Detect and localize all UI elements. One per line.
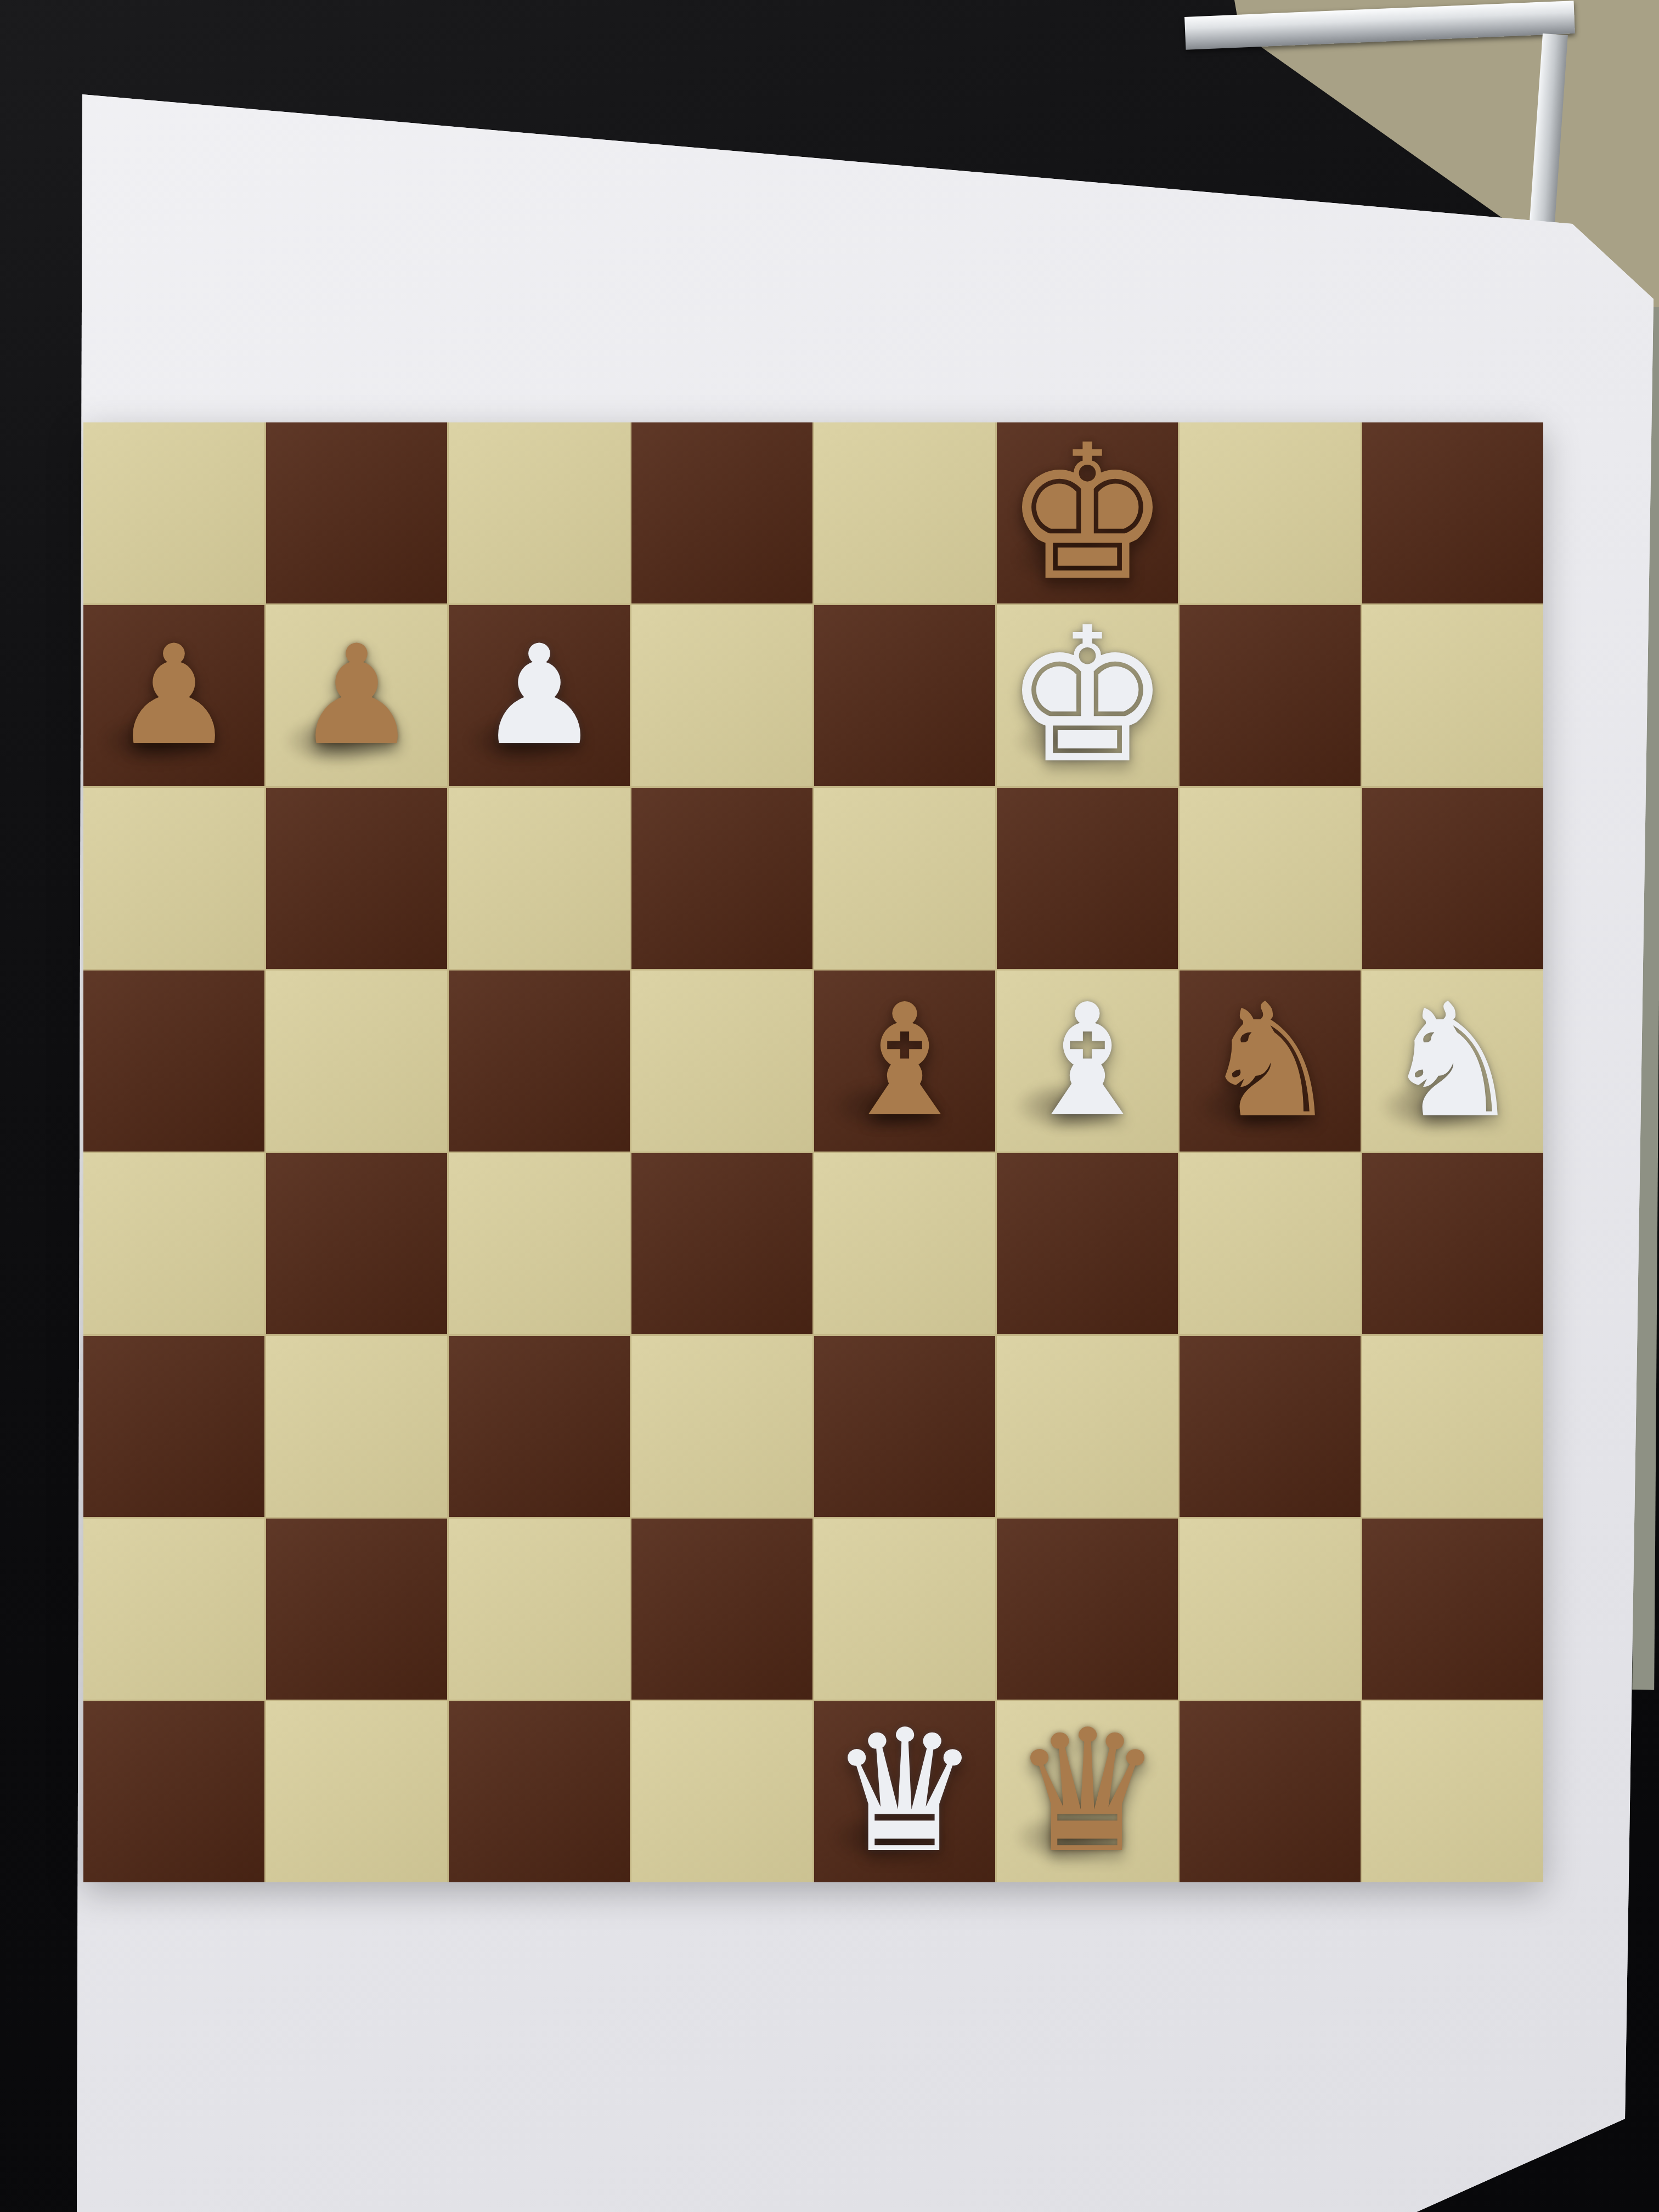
square-b3[interactable] xyxy=(266,1336,447,1517)
square-e4[interactable] xyxy=(814,1153,995,1334)
square-c1[interactable] xyxy=(449,1701,630,1882)
square-c4[interactable] xyxy=(449,1153,630,1334)
square-c3[interactable] xyxy=(449,1336,630,1517)
brown-king-glyph: ♚ xyxy=(1004,420,1171,606)
square-a6[interactable] xyxy=(83,788,264,969)
square-b8[interactable] xyxy=(266,422,447,603)
square-b2[interactable] xyxy=(266,1519,447,1700)
piece-white-knight-h5[interactable]: ♞ xyxy=(1362,970,1543,1152)
brown-knight-glyph: ♞ xyxy=(1200,983,1340,1139)
square-f1[interactable]: ♛ xyxy=(997,1701,1178,1882)
square-d2[interactable] xyxy=(631,1519,812,1700)
square-g6[interactable] xyxy=(1180,788,1361,969)
white-queen-glyph: ♛ xyxy=(829,1707,980,1876)
square-e6[interactable] xyxy=(814,788,995,969)
square-f8[interactable]: ♚ xyxy=(997,422,1178,603)
square-g4[interactable] xyxy=(1180,1153,1361,1334)
square-d8[interactable] xyxy=(631,422,812,603)
white-king-glyph: ♚ xyxy=(1004,602,1171,789)
square-f5[interactable]: ♝ xyxy=(997,970,1178,1152)
piece-white-queen-e1[interactable]: ♛ xyxy=(814,1701,995,1882)
board: ♚♟♟♟♚♝♝♞♞♛♛ xyxy=(83,422,1543,1882)
square-b1[interactable] xyxy=(266,1701,447,1882)
square-c5[interactable] xyxy=(449,970,630,1152)
square-c8[interactable] xyxy=(449,422,630,603)
square-a5[interactable] xyxy=(83,970,264,1152)
photo-scene: ♚♟♟♟♚♝♝♞♞♛♛ xyxy=(0,0,1659,2212)
square-a3[interactable] xyxy=(83,1336,264,1517)
piece-white-pawn-c7[interactable]: ♟ xyxy=(449,605,630,786)
square-d7[interactable] xyxy=(631,605,812,786)
square-d6[interactable] xyxy=(631,788,812,969)
square-g5[interactable]: ♞ xyxy=(1180,970,1361,1152)
piece-brown-king-f8[interactable]: ♚ xyxy=(997,422,1178,603)
square-h3[interactable] xyxy=(1362,1336,1543,1517)
piece-brown-pawn-b7[interactable]: ♟ xyxy=(266,605,447,786)
square-h6[interactable] xyxy=(1362,788,1543,969)
square-e2[interactable] xyxy=(814,1519,995,1700)
square-g2[interactable] xyxy=(1180,1519,1361,1700)
square-h7[interactable] xyxy=(1362,605,1543,786)
square-e1[interactable]: ♛ xyxy=(814,1701,995,1882)
square-e8[interactable] xyxy=(814,422,995,603)
square-h2[interactable] xyxy=(1362,1519,1543,1700)
square-h4[interactable] xyxy=(1362,1153,1543,1334)
square-a2[interactable] xyxy=(83,1519,264,1700)
square-g1[interactable] xyxy=(1180,1701,1361,1882)
square-c2[interactable] xyxy=(449,1519,630,1700)
square-h8[interactable] xyxy=(1362,422,1543,603)
brown-pawn-glyph: ♟ xyxy=(112,627,235,764)
square-e5[interactable]: ♝ xyxy=(814,970,995,1152)
square-b7[interactable]: ♟ xyxy=(266,605,447,786)
square-f7[interactable]: ♚ xyxy=(997,605,1178,786)
square-f6[interactable] xyxy=(997,788,1178,969)
square-c6[interactable] xyxy=(449,788,630,969)
square-g7[interactable] xyxy=(1180,605,1361,786)
square-g3[interactable] xyxy=(1180,1336,1361,1517)
square-a4[interactable] xyxy=(83,1153,264,1334)
square-d4[interactable] xyxy=(631,1153,812,1334)
piece-brown-pawn-a7[interactable]: ♟ xyxy=(83,605,264,786)
square-a8[interactable] xyxy=(83,422,264,603)
piece-brown-knight-g5[interactable]: ♞ xyxy=(1180,970,1361,1152)
piece-white-bishop-f5[interactable]: ♝ xyxy=(997,970,1178,1152)
square-h1[interactable] xyxy=(1362,1701,1543,1882)
piece-white-king-f7[interactable]: ♚ xyxy=(997,605,1178,786)
brown-queen-glyph: ♛ xyxy=(1012,1707,1163,1876)
square-f4[interactable] xyxy=(997,1153,1178,1334)
square-f2[interactable] xyxy=(997,1519,1178,1700)
white-pawn-glyph: ♟ xyxy=(478,627,601,764)
brown-pawn-glyph: ♟ xyxy=(295,627,418,764)
square-e3[interactable] xyxy=(814,1336,995,1517)
white-bishop-glyph: ♝ xyxy=(1018,984,1157,1138)
white-knight-glyph: ♞ xyxy=(1383,983,1523,1139)
square-b5[interactable] xyxy=(266,970,447,1152)
square-c7[interactable]: ♟ xyxy=(449,605,630,786)
square-f3[interactable] xyxy=(997,1336,1178,1517)
brown-bishop-glyph: ♝ xyxy=(836,984,974,1138)
piece-brown-queen-f1[interactable]: ♛ xyxy=(997,1701,1178,1882)
square-h5[interactable]: ♞ xyxy=(1362,970,1543,1152)
square-e7[interactable] xyxy=(814,605,995,786)
square-b4[interactable] xyxy=(266,1153,447,1334)
square-d1[interactable] xyxy=(631,1701,812,1882)
square-d5[interactable] xyxy=(631,970,812,1152)
square-a7[interactable]: ♟ xyxy=(83,605,264,786)
piece-brown-bishop-e5[interactable]: ♝ xyxy=(814,970,995,1152)
square-d3[interactable] xyxy=(631,1336,812,1517)
square-b6[interactable] xyxy=(266,788,447,969)
square-a1[interactable] xyxy=(83,1701,264,1882)
square-g8[interactable] xyxy=(1180,422,1361,603)
